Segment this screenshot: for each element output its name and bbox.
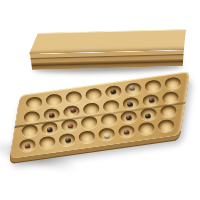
pit-cell	[56, 131, 78, 148]
seed[interactable]	[70, 107, 77, 113]
pit-r4-c4[interactable]	[78, 130, 95, 144]
seed[interactable]	[47, 127, 54, 133]
pit-r2-c8[interactable]	[162, 90, 179, 104]
seed[interactable]	[129, 85, 136, 91]
seed[interactable]	[49, 112, 56, 118]
pit-r1-c1[interactable]	[26, 96, 43, 110]
pit-r2-c3[interactable]	[63, 104, 80, 118]
pit-cell	[76, 128, 98, 145]
pit-r1-c3[interactable]	[65, 90, 82, 104]
box-lid-top-face	[29, 29, 187, 54]
pit-r4-c7[interactable]	[138, 121, 155, 135]
seed[interactable]	[148, 97, 155, 103]
pit-cell	[96, 125, 118, 142]
pit-cell	[135, 120, 157, 137]
pit-cell	[155, 117, 177, 134]
pit-r2-c6[interactable]	[123, 96, 140, 110]
pit-r4-c5[interactable]	[98, 127, 115, 141]
seed[interactable]	[127, 101, 134, 107]
pit-r4-c3[interactable]	[59, 132, 76, 146]
pit-cell	[17, 136, 39, 153]
box-lid	[29, 29, 188, 71]
pit-r4-c6[interactable]	[118, 124, 135, 138]
pit-r4-c1[interactable]	[19, 138, 36, 152]
mancala-board	[10, 71, 190, 159]
pit-r2-c4[interactable]	[83, 102, 100, 116]
pit-r1-c8[interactable]	[164, 77, 181, 91]
pit-r1-c6[interactable]	[125, 82, 142, 96]
pit-r1-c7[interactable]	[145, 79, 162, 93]
pit-r1-c2[interactable]	[45, 93, 62, 107]
seed[interactable]	[104, 133, 111, 139]
pit-r1-c5[interactable]	[105, 85, 122, 99]
pit-r2-c7[interactable]	[142, 93, 159, 107]
pit-r4-c2[interactable]	[39, 135, 56, 149]
pit-r2-c5[interactable]	[103, 99, 120, 113]
seed[interactable]	[145, 113, 152, 119]
seed[interactable]	[65, 137, 72, 143]
pit-cell	[116, 122, 138, 139]
seed[interactable]	[24, 143, 31, 149]
seed[interactable]	[126, 115, 133, 121]
pit-r2-c1[interactable]	[23, 110, 40, 124]
pit-r4-c8[interactable]	[158, 118, 175, 132]
seed[interactable]	[110, 89, 117, 95]
pit-cell	[36, 133, 58, 150]
seed[interactable]	[123, 129, 130, 135]
pit-r2-c2[interactable]	[43, 107, 60, 121]
pit-r1-c4[interactable]	[85, 88, 102, 102]
mancala-product-photo	[0, 0, 200, 200]
seed[interactable]	[67, 123, 74, 129]
